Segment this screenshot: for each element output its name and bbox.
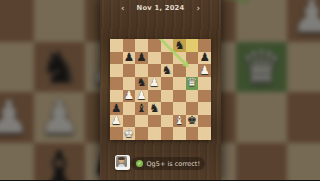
piece-white-pawn-b4: ♟ [0,95,29,141]
square-d3[interactable]: ♞ [148,102,161,115]
square-g2[interactable]: ♚ [186,115,199,128]
app-content-column: ‹ Nov 1, 2024 › ♞♟♟♟♞♟♞♟♛♟♟♟♝♞♟♝♚♚ ✓ Qg5… [100,0,221,180]
square-a5[interactable] [110,77,123,90]
square-h6[interactable]: ♟ [198,64,211,77]
square-h5[interactable] [198,77,211,90]
square-f8[interactable]: ♞ [173,39,186,52]
piece-black-pawn-c7[interactable]: ♟ [136,52,146,64]
square-c1[interactable] [135,127,148,140]
solution-feedback: ✓ Qg5+ is correct! [131,157,205,170]
square-c6 [34,0,85,42]
square-h4 [287,92,320,143]
square-g7[interactable] [186,52,199,65]
piece-white-queen-g5: ♛ [241,44,282,90]
square-h6: ♟ [287,0,320,42]
square-f5[interactable] [173,77,186,90]
piece-white-pawn-b4[interactable]: ♟ [124,90,134,102]
square-d1[interactable] [148,127,161,140]
square-d8[interactable] [148,39,161,52]
square-b1[interactable]: ♚ [123,127,136,140]
square-g5: ♛ [236,42,287,93]
square-e8[interactable] [161,39,174,52]
square-g4 [236,92,287,143]
square-g6 [236,0,287,42]
piece-white-pawn-d5[interactable]: ♟ [149,78,159,90]
user-avatar[interactable] [115,155,130,170]
solution-feedback-text: Qg5+ is correct! [147,160,201,168]
square-e3[interactable] [161,102,174,115]
piece-white-pawn-h6: ♟ [291,0,320,40]
piece-black-king-g2[interactable]: ♚ [187,115,197,127]
square-b4[interactable]: ♟ [123,90,136,103]
user-avatar-photo [116,156,127,167]
square-b7[interactable]: ♟ [123,52,136,65]
chess-board[interactable]: ♞♟♟♟♞♟♞♟♛♟♟♟♝♞♟♝♚♚ [110,39,211,140]
piece-black-knight-e6[interactable]: ♞ [162,65,172,77]
square-b5 [0,42,34,93]
square-g5[interactable]: ♛ [186,77,199,90]
square-e4[interactable] [161,90,174,103]
piece-black-pawn-b7[interactable]: ♟ [124,52,134,64]
square-b3[interactable] [123,102,136,115]
previous-day-button[interactable]: ‹ [121,4,125,13]
square-c2[interactable] [135,115,148,128]
square-h2[interactable] [198,115,211,128]
square-a8[interactable] [110,39,123,52]
square-h3 [287,143,320,181]
puzzle-app-screen: ♞♟♟♟♞♟♞♟♛♟♟♟♝♞♟♝♚♚ ‹ Nov 1, 2024 › ♞♟♟♟♞… [0,0,320,180]
piece-white-pawn-a2[interactable]: ♟ [111,115,121,127]
piece-white-pawn-h6[interactable]: ♟ [199,65,209,77]
square-f4[interactable] [173,90,186,103]
square-e6[interactable]: ♞ [161,64,174,77]
square-e2[interactable] [161,115,174,128]
square-d5[interactable]: ♟ [148,77,161,90]
square-g3 [236,143,287,181]
piece-black-bishop-c3[interactable]: ♝ [136,103,146,115]
square-a6[interactable] [110,64,123,77]
square-d7[interactable] [148,52,161,65]
square-c7[interactable]: ♟ [135,52,148,65]
square-h4[interactable] [198,90,211,103]
piece-white-queen-g5[interactable]: ♛ [187,78,197,90]
piece-black-knight-c5: ♞ [39,44,80,90]
square-a2[interactable]: ♟ [110,115,123,128]
date-navigation-bar: ‹ Nov 1, 2024 › [100,2,221,14]
piece-white-pawn-c4: ♟ [39,95,80,141]
next-day-button[interactable]: › [196,4,200,13]
square-c3: ♝ [34,143,85,181]
square-c4: ♟ [34,92,85,143]
avatar-shoulders [118,164,126,167]
square-c5: ♞ [34,42,85,93]
square-b6 [0,0,34,42]
square-h3[interactable] [198,102,211,115]
square-f2[interactable]: ♝ [173,115,186,128]
square-c3[interactable]: ♝ [135,102,148,115]
square-b3 [0,143,34,181]
piece-black-knight-f8[interactable]: ♞ [174,40,184,52]
puzzle-date-label: Nov 1, 2024 [137,4,185,12]
square-f1[interactable] [173,127,186,140]
square-g1[interactable] [186,127,199,140]
piece-white-king-b1[interactable]: ♚ [124,128,134,140]
square-a7[interactable] [110,52,123,65]
square-g4[interactable] [186,90,199,103]
square-a1[interactable] [110,127,123,140]
piece-black-bishop-c3: ♝ [39,145,80,180]
check-glyph: ✓ [137,161,142,167]
square-h5 [287,42,320,93]
correct-check-icon: ✓ [136,160,143,167]
piece-white-bishop-f2[interactable]: ♝ [174,115,184,127]
square-f7[interactable] [173,52,186,65]
square-e5[interactable] [161,77,174,90]
square-e1[interactable] [161,127,174,140]
square-d2[interactable] [148,115,161,128]
avatar-hair [118,157,124,160]
square-f6[interactable] [173,64,186,77]
square-g8[interactable] [186,39,199,52]
square-b6[interactable] [123,64,136,77]
square-h1[interactable] [198,127,211,140]
piece-black-knight-d3[interactable]: ♞ [149,103,159,115]
square-b4: ♟ [0,92,34,143]
